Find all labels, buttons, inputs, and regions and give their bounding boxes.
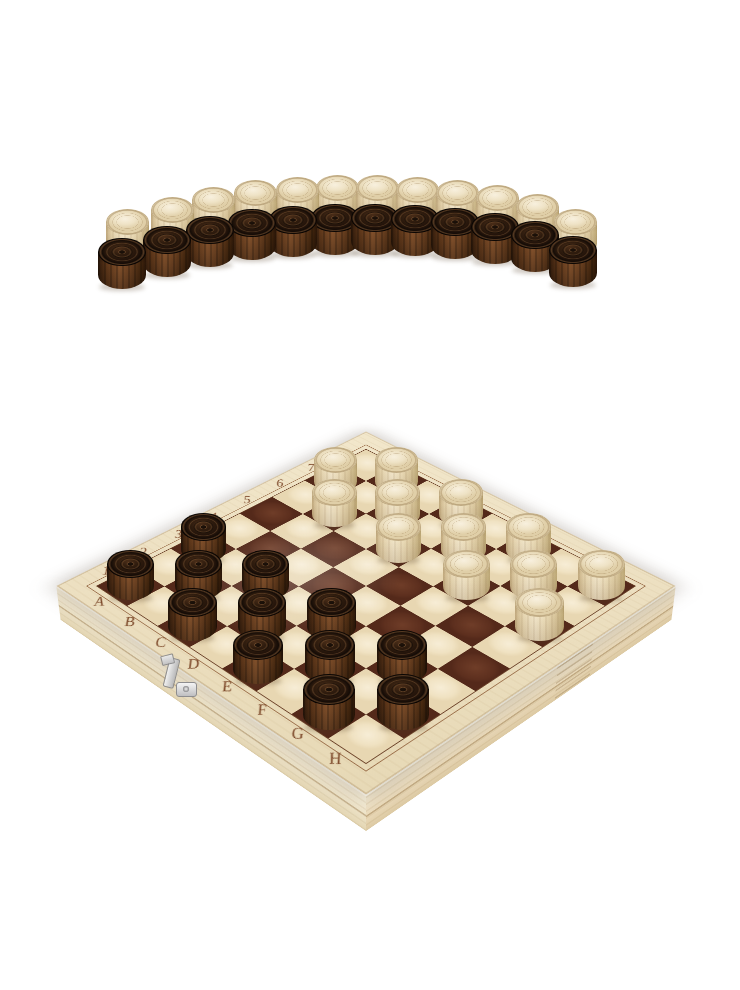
dark-checker-top: [98, 238, 146, 267]
square-h3[interactable]: [403, 668, 476, 714]
dark-checker-side: [549, 250, 597, 287]
light-checker-side: [192, 200, 235, 234]
light-checker-side: [476, 198, 519, 232]
playing-area: [96, 449, 636, 764]
tray-light-checker-2[interactable]: [151, 197, 194, 243]
light-checker-side: [554, 222, 597, 256]
rank-label-3: 3: [174, 528, 183, 541]
tray-dark-checker-10[interactable]: [471, 213, 519, 265]
square-g5[interactable]: [435, 606, 504, 647]
light-checker-top: [151, 197, 194, 223]
square-d3[interactable]: [264, 586, 332, 626]
light-checker-side: [356, 188, 399, 222]
light-checker-top: [554, 209, 597, 235]
light-checker-side: [516, 207, 559, 241]
light-checker-top: [396, 177, 439, 203]
light-checker-top: [276, 177, 319, 203]
tray-dark-checker-12[interactable]: [549, 236, 597, 288]
tray-light-checker-5[interactable]: [276, 177, 319, 223]
tray-dark-checker-6[interactable]: [311, 204, 359, 256]
square-h5[interactable]: [472, 626, 543, 669]
dark-checker-side: [186, 230, 234, 267]
square-h7[interactable]: [537, 586, 605, 626]
light-checker-top: [356, 175, 399, 201]
tray-light-checker-7[interactable]: [356, 175, 399, 221]
square-e3[interactable]: [297, 606, 366, 647]
light-checker-top: [316, 175, 359, 201]
square-d2[interactable]: [227, 606, 296, 647]
dark-checker-top: [391, 205, 439, 234]
dark-checker-top: [471, 213, 519, 242]
file-label-G: G: [291, 725, 304, 743]
tray-light-checker-1[interactable]: [106, 209, 149, 255]
square-h2[interactable]: [366, 691, 440, 738]
folding-board-box: ABCDEFGH12345678: [56, 431, 675, 794]
square-h4[interactable]: [438, 647, 510, 691]
light-checker-side: [396, 190, 439, 224]
tray-dark-checker-9[interactable]: [431, 208, 479, 260]
square-b1[interactable]: [127, 586, 195, 626]
tray-dark-checker-1[interactable]: [98, 238, 146, 290]
square-c2[interactable]: [195, 586, 263, 626]
clasp-screw-plate-icon: [176, 682, 197, 697]
square-f5[interactable]: [400, 586, 468, 626]
square-g1[interactable]: [292, 691, 366, 738]
tray-light-checker-4[interactable]: [234, 180, 277, 226]
square-e4[interactable]: [332, 586, 400, 626]
square-f3[interactable]: [331, 626, 402, 669]
tray-light-checker-8[interactable]: [396, 177, 439, 223]
light-checker-top: [436, 180, 479, 206]
tray-dark-checker-3[interactable]: [186, 216, 234, 268]
rank-label-8: 8: [339, 446, 346, 458]
light-checker-side: [106, 222, 149, 256]
tray-light-checker-12[interactable]: [554, 209, 597, 255]
tray-light-checker-10[interactable]: [476, 185, 519, 231]
light-checker-side: [151, 210, 194, 244]
light-checker-side: [234, 193, 277, 227]
dark-checker-top: [511, 221, 559, 250]
dark-checker-side: [511, 235, 559, 272]
tray-dark-checker-4[interactable]: [228, 209, 276, 261]
light-checker-top: [516, 194, 559, 220]
dark-checker-side: [98, 252, 146, 289]
board-scene: ABCDEFGH12345678: [147, 367, 585, 805]
product-photo-stage: ABCDEFGH12345678: [0, 0, 740, 990]
rank-label-5: 5: [243, 494, 251, 507]
square-h6[interactable]: [505, 606, 574, 647]
light-checker-top: [192, 187, 235, 213]
board-surface: ABCDEFGH12345678: [56, 431, 675, 794]
tray-dark-checker-5[interactable]: [269, 206, 317, 258]
file-label-E: E: [221, 678, 233, 695]
square-c1[interactable]: [158, 606, 227, 647]
dark-checker-side: [143, 240, 191, 277]
file-label-B: B: [123, 614, 136, 630]
square-h1[interactable]: [328, 714, 404, 763]
dark-checker-side: [228, 223, 276, 260]
dark-checker-top: [351, 204, 399, 233]
tray-light-checker-6[interactable]: [316, 175, 359, 221]
square-g2[interactable]: [329, 668, 402, 714]
file-label-H: H: [329, 749, 342, 768]
dark-checker-side: [269, 220, 317, 257]
tray-light-checker-11[interactable]: [516, 194, 559, 240]
square-f1[interactable]: [256, 668, 329, 714]
dark-checker-side: [351, 218, 399, 255]
square-f2[interactable]: [294, 647, 366, 691]
square-e1[interactable]: [222, 647, 294, 691]
square-g3[interactable]: [366, 647, 438, 691]
tray-dark-checker-11[interactable]: [511, 221, 559, 273]
light-checker-side: [276, 190, 319, 224]
rank-label-1: 1: [101, 564, 112, 578]
light-checker-top: [234, 180, 277, 206]
rank-label-4: 4: [209, 510, 218, 523]
dark-checker-side: [471, 227, 519, 264]
dark-checker-top: [549, 236, 597, 265]
dark-checker-top: [143, 226, 191, 255]
dark-checker-side: [431, 222, 479, 259]
square-e2[interactable]: [260, 626, 331, 669]
dark-checker-side: [391, 219, 439, 256]
tray-dark-checker-2[interactable]: [143, 226, 191, 278]
dark-checker-top: [269, 206, 317, 235]
dark-checker-top: [311, 204, 359, 233]
dark-checker-top: [186, 216, 234, 245]
rank-label-2: 2: [138, 545, 148, 559]
metal-clasp: [152, 655, 202, 705]
dark-checker-top: [228, 209, 276, 238]
square-g6[interactable]: [468, 586, 536, 626]
rank-label-6: 6: [276, 477, 284, 489]
rank-label-7: 7: [308, 462, 315, 474]
square-g4[interactable]: [401, 626, 472, 669]
light-checker-top: [476, 185, 519, 211]
tray-dark-checker-7[interactable]: [351, 204, 399, 256]
light-checker-side: [316, 188, 359, 222]
file-label-F: F: [257, 701, 268, 719]
square-f4[interactable]: [366, 606, 435, 647]
tray-light-checker-3[interactable]: [192, 187, 235, 233]
tray-dark-checker-8[interactable]: [391, 205, 439, 257]
dark-checker-side: [311, 218, 359, 255]
light-checker-top: [106, 209, 149, 235]
tray-light-checker-9[interactable]: [436, 180, 479, 226]
file-label-C: C: [154, 635, 167, 651]
light-checker-side: [436, 193, 479, 227]
dark-checker-top: [431, 208, 479, 237]
